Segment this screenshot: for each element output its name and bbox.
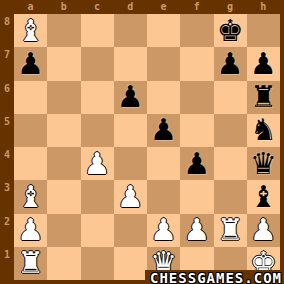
square-f5[interactable] — [180, 114, 213, 147]
square-g7[interactable]: ♟ — [214, 47, 247, 80]
rank-label-1: 1 — [0, 247, 14, 280]
square-f4[interactable]: ♟ — [180, 147, 213, 180]
chessgames-watermark: CHESSGAMES.COM — [145, 270, 284, 283]
black-pawn-f4[interactable]: ♟ — [183, 149, 210, 179]
square-b6[interactable] — [47, 81, 80, 114]
square-e8[interactable] — [147, 14, 180, 47]
black-pawn-a7[interactable]: ♟ — [17, 49, 44, 79]
rank-label-5: 5 — [0, 114, 14, 147]
square-f8[interactable] — [180, 14, 213, 47]
square-e3[interactable] — [147, 180, 180, 213]
square-e7[interactable] — [147, 47, 180, 80]
square-b2[interactable] — [47, 214, 80, 247]
square-g4[interactable] — [214, 147, 247, 180]
file-label-f: f — [180, 0, 213, 14]
square-b7[interactable] — [47, 47, 80, 80]
black-king-g8[interactable]: ♚ — [217, 16, 244, 46]
file-label-c: c — [81, 0, 114, 14]
square-a7[interactable]: ♟ — [14, 47, 47, 80]
file-label-h: h — [247, 0, 280, 14]
square-c2[interactable] — [81, 214, 114, 247]
white-pawn-d3[interactable]: ♟ — [117, 182, 144, 212]
square-d8[interactable] — [114, 14, 147, 47]
chess-board: ♝♚♟♟♟♟♜♟♞♟♟♛♝♟♝♟♟♟♜♟♜♛♚ — [14, 14, 280, 280]
black-rook-h6[interactable]: ♜ — [250, 82, 277, 112]
square-d2[interactable] — [114, 214, 147, 247]
rank-label-4: 4 — [0, 147, 14, 180]
square-f7[interactable] — [180, 47, 213, 80]
square-a1[interactable]: ♜ — [14, 247, 47, 280]
white-pawn-e2[interactable]: ♟ — [150, 215, 177, 245]
square-h6[interactable]: ♜ — [247, 81, 280, 114]
square-e2[interactable]: ♟ — [147, 214, 180, 247]
square-e4[interactable] — [147, 147, 180, 180]
square-g5[interactable] — [214, 114, 247, 147]
file-label-b: b — [47, 0, 80, 14]
black-pawn-g7[interactable]: ♟ — [217, 49, 244, 79]
square-h4[interactable]: ♛ — [247, 147, 280, 180]
square-h8[interactable] — [247, 14, 280, 47]
square-g6[interactable] — [214, 81, 247, 114]
square-c3[interactable] — [81, 180, 114, 213]
square-g2[interactable]: ♜ — [214, 214, 247, 247]
square-h3[interactable]: ♝ — [247, 180, 280, 213]
black-bishop-h3[interactable]: ♝ — [250, 182, 277, 212]
square-f3[interactable] — [180, 180, 213, 213]
white-pawn-f2[interactable]: ♟ — [183, 215, 210, 245]
white-pawn-h2[interactable]: ♟ — [250, 215, 277, 245]
square-b8[interactable] — [47, 14, 80, 47]
square-a4[interactable] — [14, 147, 47, 180]
square-c7[interactable] — [81, 47, 114, 80]
square-e6[interactable] — [147, 81, 180, 114]
square-d6[interactable]: ♟ — [114, 81, 147, 114]
white-pawn-c4[interactable]: ♟ — [84, 149, 111, 179]
square-d5[interactable] — [114, 114, 147, 147]
square-a8[interactable]: ♝ — [14, 14, 47, 47]
black-pawn-d6[interactable]: ♟ — [117, 82, 144, 112]
square-d3[interactable]: ♟ — [114, 180, 147, 213]
square-f2[interactable]: ♟ — [180, 214, 213, 247]
square-c1[interactable] — [81, 247, 114, 280]
file-labels: abcdefgh — [14, 0, 280, 14]
rank-label-7: 7 — [0, 47, 14, 80]
black-queen-h4[interactable]: ♛ — [250, 149, 277, 179]
square-g3[interactable] — [214, 180, 247, 213]
black-pawn-e5[interactable]: ♟ — [150, 115, 177, 145]
white-rook-g2[interactable]: ♜ — [217, 215, 244, 245]
square-h2[interactable]: ♟ — [247, 214, 280, 247]
black-pawn-h7[interactable]: ♟ — [250, 49, 277, 79]
white-bishop-a3[interactable]: ♝ — [17, 182, 44, 212]
white-rook-a1[interactable]: ♜ — [17, 248, 44, 278]
square-h5[interactable]: ♞ — [247, 114, 280, 147]
rank-label-3: 3 — [0, 180, 14, 213]
square-g8[interactable]: ♚ — [214, 14, 247, 47]
rank-label-6: 6 — [0, 81, 14, 114]
file-label-e: e — [147, 0, 180, 14]
white-pawn-a2[interactable]: ♟ — [17, 215, 44, 245]
square-d7[interactable] — [114, 47, 147, 80]
square-c4[interactable]: ♟ — [81, 147, 114, 180]
square-c5[interactable] — [81, 114, 114, 147]
square-b1[interactable] — [47, 247, 80, 280]
square-b3[interactable] — [47, 180, 80, 213]
rank-label-2: 2 — [0, 214, 14, 247]
rank-label-8: 8 — [0, 14, 14, 47]
square-a2[interactable]: ♟ — [14, 214, 47, 247]
square-a5[interactable] — [14, 114, 47, 147]
black-knight-h5[interactable]: ♞ — [250, 115, 277, 145]
square-a3[interactable]: ♝ — [14, 180, 47, 213]
square-b5[interactable] — [47, 114, 80, 147]
square-a6[interactable] — [14, 81, 47, 114]
square-f6[interactable] — [180, 81, 213, 114]
rank-labels: 87654321 — [0, 14, 14, 280]
file-label-a: a — [14, 0, 47, 14]
square-d1[interactable] — [114, 247, 147, 280]
square-b4[interactable] — [47, 147, 80, 180]
file-label-g: g — [214, 0, 247, 14]
white-bishop-a8[interactable]: ♝ — [17, 16, 44, 46]
chess-diagram: abcdefgh 87654321 ♝♚♟♟♟♟♜♟♞♟♟♛♝♟♝♟♟♟♜♟♜♛… — [0, 0, 284, 284]
square-c8[interactable] — [81, 14, 114, 47]
square-c6[interactable] — [81, 81, 114, 114]
file-label-d: d — [114, 0, 147, 14]
square-e5[interactable]: ♟ — [147, 114, 180, 147]
square-d4[interactable] — [114, 147, 147, 180]
square-h7[interactable]: ♟ — [247, 47, 280, 80]
